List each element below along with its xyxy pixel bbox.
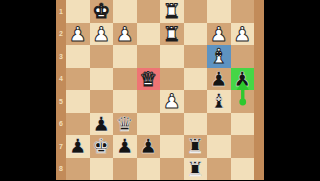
white-queen[interactable]: ♛ (139, 68, 157, 91)
square-c3[interactable] (184, 45, 208, 68)
square-c1[interactable] (184, 0, 208, 23)
square-d5[interactable]: ♟ (160, 90, 184, 113)
black-rook[interactable]: ♜ (186, 135, 204, 158)
white-pawn[interactable]: ♟ (116, 23, 134, 46)
square-d4[interactable] (160, 68, 184, 91)
square-h5[interactable] (66, 90, 90, 113)
white-pawn[interactable]: ♟ (210, 23, 228, 46)
square-g6[interactable]: ♟ (90, 113, 114, 136)
square-h4[interactable] (66, 68, 90, 91)
video-frame: 12345678 ♚♜♟♟♟♜♟♟♝♛♟♟♟♝♟♛♟♚♟♟♜♜ (0, 0, 320, 180)
square-f1[interactable] (113, 0, 137, 23)
square-a3[interactable] (231, 45, 255, 68)
black-pawn[interactable]: ♟ (233, 68, 251, 91)
square-h1[interactable] (66, 0, 90, 23)
square-h6[interactable] (66, 113, 90, 136)
black-king[interactable]: ♚ (92, 135, 110, 158)
square-g8[interactable] (90, 158, 114, 181)
rank-label-6: 6 (56, 113, 66, 136)
square-g4[interactable] (90, 68, 114, 91)
square-a5[interactable] (231, 90, 255, 113)
rank-label-3: 3 (56, 45, 66, 68)
square-d7[interactable] (160, 135, 184, 158)
white-bishop[interactable]: ♝ (210, 45, 228, 68)
square-e4[interactable]: ♛ (137, 68, 161, 91)
square-b5[interactable]: ♝ (207, 90, 231, 113)
square-a8[interactable] (231, 158, 255, 181)
square-e2[interactable] (137, 23, 161, 46)
square-h3[interactable] (66, 45, 90, 68)
square-b8[interactable] (207, 158, 231, 181)
square-f6[interactable]: ♛ (113, 113, 137, 136)
white-rook[interactable]: ♜ (163, 0, 181, 23)
square-b7[interactable] (207, 135, 231, 158)
square-f7[interactable]: ♟ (113, 135, 137, 158)
white-pawn[interactable]: ♟ (69, 23, 87, 46)
white-rook[interactable]: ♜ (163, 23, 181, 46)
square-e8[interactable] (137, 158, 161, 181)
square-f2[interactable]: ♟ (113, 23, 137, 46)
rank-label-1: 1 (56, 0, 66, 23)
square-b6[interactable] (207, 113, 231, 136)
square-f8[interactable] (113, 158, 137, 181)
square-c5[interactable] (184, 90, 208, 113)
square-c2[interactable] (184, 23, 208, 46)
square-d6[interactable] (160, 113, 184, 136)
square-e1[interactable] (137, 0, 161, 23)
square-b4[interactable]: ♟ (207, 68, 231, 91)
square-h7[interactable]: ♟ (66, 135, 90, 158)
white-pawn[interactable]: ♟ (92, 23, 110, 46)
square-d3[interactable] (160, 45, 184, 68)
square-e7[interactable]: ♟ (137, 135, 161, 158)
square-a1[interactable] (231, 0, 255, 23)
rank-label-2: 2 (56, 23, 66, 46)
rank-label-8: 8 (56, 158, 66, 181)
square-f3[interactable] (113, 45, 137, 68)
letterbox-left (0, 0, 56, 180)
square-a4[interactable]: ♟ (231, 68, 255, 91)
square-b3[interactable]: ♝ (207, 45, 231, 68)
square-a7[interactable] (231, 135, 255, 158)
square-e3[interactable] (137, 45, 161, 68)
black-pawn[interactable]: ♟ (92, 113, 110, 136)
chess-board[interactable]: 12345678 ♚♜♟♟♟♜♟♟♝♛♟♟♟♝♟♛♟♚♟♟♜♜ (56, 0, 264, 180)
letterbox-right (264, 0, 320, 180)
square-h2[interactable]: ♟ (66, 23, 90, 46)
square-e6[interactable] (137, 113, 161, 136)
square-c6[interactable] (184, 113, 208, 136)
square-d1[interactable]: ♜ (160, 0, 184, 23)
square-b2[interactable]: ♟ (207, 23, 231, 46)
square-a6[interactable] (231, 113, 255, 136)
square-e5[interactable] (137, 90, 161, 113)
square-c8[interactable]: ♜ (184, 158, 208, 181)
rank-label-7: 7 (56, 135, 66, 158)
square-g3[interactable] (90, 45, 114, 68)
square-g2[interactable]: ♟ (90, 23, 114, 46)
black-bishop[interactable]: ♝ (210, 90, 228, 113)
white-king[interactable]: ♚ (92, 0, 110, 23)
white-pawn[interactable]: ♟ (163, 90, 181, 113)
square-d8[interactable] (160, 158, 184, 181)
square-a2[interactable]: ♟ (231, 23, 255, 46)
square-d2[interactable]: ♜ (160, 23, 184, 46)
black-queen[interactable]: ♛ (116, 113, 134, 136)
square-g7[interactable]: ♚ (90, 135, 114, 158)
square-g1[interactable]: ♚ (90, 0, 114, 23)
black-pawn[interactable]: ♟ (69, 135, 87, 158)
black-pawn[interactable]: ♟ (116, 135, 134, 158)
board-squares[interactable]: ♚♜♟♟♟♜♟♟♝♛♟♟♟♝♟♛♟♚♟♟♜♜ (66, 0, 254, 180)
black-pawn[interactable]: ♟ (139, 135, 157, 158)
rank-label-5: 5 (56, 90, 66, 113)
square-c4[interactable] (184, 68, 208, 91)
square-f5[interactable] (113, 90, 137, 113)
square-g5[interactable] (90, 90, 114, 113)
rank-label-4: 4 (56, 68, 66, 91)
white-pawn[interactable]: ♟ (233, 23, 251, 46)
square-b1[interactable] (207, 0, 231, 23)
rank-coordinates: 12345678 (56, 0, 66, 180)
black-pawn[interactable]: ♟ (210, 68, 228, 91)
square-c7[interactable]: ♜ (184, 135, 208, 158)
square-h8[interactable] (66, 158, 90, 181)
square-f4[interactable] (113, 68, 137, 91)
black-rook[interactable]: ♜ (186, 158, 204, 181)
